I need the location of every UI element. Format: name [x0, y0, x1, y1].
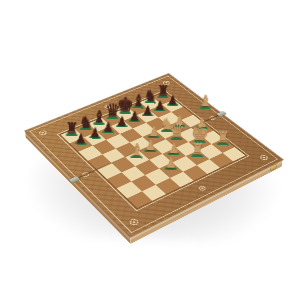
piece-white-bishop-c4: ♝: [126, 137, 149, 159]
piece-white-queen-f4: ♛: [166, 116, 189, 141]
pieces-layer: ♜♞♝♛♚♝♞♜♟♟♟♟♟♟♟♟♟♞♟♝♟♛♟♟♚♟♜♜♝: [25, 74, 282, 237]
perspective-container: ♜♞♝♛♚♝♞♜♟♟♟♟♟♟♟♟♟♞♟♝♟♛♟♟♚♟♜♜♝: [0, 0, 300, 300]
piece-black-pawn-a7: ♟: [70, 128, 93, 145]
rook-glyph: ♜: [212, 130, 234, 146]
bishop-glyph: ♝: [195, 93, 216, 109]
piece-white-rook-f2: ♜: [186, 138, 209, 158]
piece-white-rook-h2: ♜: [212, 126, 235, 146]
bishop-glyph: ♝: [126, 142, 149, 159]
pawn-glyph: ♟: [159, 157, 182, 170]
piece-white-pawn-d2: ♟: [159, 153, 182, 170]
pawn-glyph: ♟: [70, 132, 92, 145]
piece-white-bishop-on-frame: ♝: [195, 89, 216, 109]
rook-glyph: ♜: [186, 142, 209, 158]
product-photo: ♜♞♝♛♚♝♞♜♟♟♟♟♟♟♟♟♟♞♟♝♟♛♟♟♚♟♜♜♝: [0, 0, 300, 300]
chess-board: ♜♞♝♛♚♝♞♜♟♟♟♟♟♟♟♟♟♞♟♝♟♛♟♟♚♟♜♜♝: [25, 74, 282, 237]
brass-clasp: [271, 164, 277, 171]
